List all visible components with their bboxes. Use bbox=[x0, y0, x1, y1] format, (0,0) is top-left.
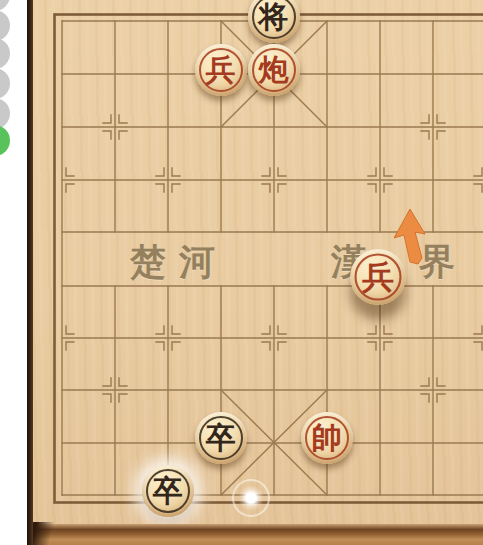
piece-red-general[interactable]: 帥 bbox=[301, 412, 353, 464]
sidebar-bubble-active[interactable] bbox=[0, 125, 10, 156]
piece-glyph: 将 bbox=[259, 2, 289, 32]
piece-black-soldier-a[interactable]: 卒 bbox=[195, 412, 247, 464]
sidebar-bubble[interactable] bbox=[0, 10, 10, 41]
sidebar-bubbles bbox=[0, 0, 27, 545]
piece-red-cannon[interactable]: 炮 bbox=[248, 44, 300, 96]
sidebar-bubble[interactable] bbox=[0, 38, 10, 69]
move-arrow-icon bbox=[377, 198, 441, 274]
piece-glyph: 卒 bbox=[153, 476, 183, 506]
board-front-edge bbox=[27, 524, 483, 545]
piece-glyph: 帥 bbox=[312, 423, 342, 453]
sidebar-bubble[interactable] bbox=[0, 98, 10, 129]
piece-black-general[interactable]: 将 bbox=[248, 0, 300, 43]
sidebar-bubble[interactable] bbox=[0, 68, 10, 99]
piece-red-soldier-a[interactable]: 兵 bbox=[195, 44, 247, 96]
sidebar-bubble[interactable] bbox=[0, 0, 10, 11]
piece-glyph: 兵 bbox=[206, 55, 236, 85]
piece-glyph: 卒 bbox=[206, 423, 236, 453]
piece-black-soldier-b[interactable]: 卒 bbox=[142, 465, 194, 517]
piece-glyph: 炮 bbox=[259, 55, 289, 85]
xiangqi-board[interactable]: 楚河 漢界 将兵炮兵卒帥卒 bbox=[27, 0, 483, 545]
xiangqi-game-screen: 楚河 漢界 将兵炮兵卒帥卒 bbox=[0, 0, 483, 545]
board-left-edge bbox=[27, 0, 33, 545]
